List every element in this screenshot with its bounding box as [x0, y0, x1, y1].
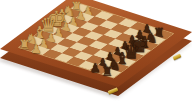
chess-board: ♜♟♟♜♞♟♟♞♝♟♟♝♚♟♟♚♛♟♟♛♝♟♟♝♞♟♟♞♜♟♟♜: [0, 0, 192, 87]
board-frame: ♜♟♟♜♞♟♟♞♝♟♟♝♚♟♟♚♛♟♟♛♝♟♟♝♞♟♟♞♜♟♟♜: [0, 0, 192, 87]
chess-set-product-photo: ♜♟♟♜♞♟♟♞♝♟♟♝♚♟♟♚♛♟♟♛♝♟♟♝♞♟♟♞♜♟♟♜: [0, 0, 192, 102]
